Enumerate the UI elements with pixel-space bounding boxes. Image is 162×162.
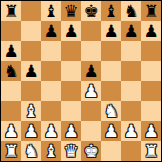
white-rook[interactable]: ♜: [3, 141, 18, 161]
square-e5[interactable]: ♟: [81, 61, 101, 81]
square-c3[interactable]: [41, 101, 61, 121]
square-c8[interactable]: ♝: [41, 1, 61, 21]
black-rook[interactable]: ♜: [143, 1, 158, 21]
square-c5[interactable]: [41, 61, 61, 81]
square-d8[interactable]: ♛: [61, 1, 81, 21]
square-h7[interactable]: ♟: [141, 21, 161, 41]
square-h6[interactable]: [141, 41, 161, 61]
white-pawn[interactable]: ♟: [23, 121, 38, 141]
square-g2[interactable]: ♟: [121, 121, 141, 141]
black-knight[interactable]: ♞: [3, 61, 18, 81]
square-h8[interactable]: ♜: [141, 1, 161, 21]
square-b7[interactable]: [21, 21, 41, 41]
black-knight[interactable]: ♞: [123, 1, 138, 21]
square-f1[interactable]: [101, 141, 121, 161]
square-b6[interactable]: [21, 41, 41, 61]
square-a6[interactable]: ♟: [1, 41, 21, 61]
square-g7[interactable]: ♟: [121, 21, 141, 41]
square-g5[interactable]: [121, 61, 141, 81]
square-e7[interactable]: [81, 21, 101, 41]
square-c1[interactable]: ♝: [41, 141, 61, 161]
square-c4[interactable]: [41, 81, 61, 101]
square-g3[interactable]: [121, 101, 141, 121]
square-c6[interactable]: [41, 41, 61, 61]
white-queen[interactable]: ♛: [63, 141, 78, 161]
black-pawn[interactable]: ♟: [23, 61, 38, 81]
square-c2[interactable]: ♟: [41, 121, 61, 141]
white-king[interactable]: ♚: [83, 141, 98, 161]
square-b3[interactable]: ♝: [21, 101, 41, 121]
square-g4[interactable]: [121, 81, 141, 101]
chess-board: ♜♝♛♚♝♞♜♟♟♟♟♟♟♞♟♟♟♝♞♟♟♟♟♟♟♟♜♞♝♛♚♜: [0, 0, 162, 162]
square-h2[interactable]: ♟: [141, 121, 161, 141]
square-a2[interactable]: ♟: [1, 121, 21, 141]
square-a1[interactable]: ♜: [1, 141, 21, 161]
black-pawn[interactable]: ♟: [123, 21, 138, 41]
white-rook[interactable]: ♜: [143, 141, 158, 161]
black-bishop[interactable]: ♝: [43, 1, 58, 21]
square-e8[interactable]: ♚: [81, 1, 101, 21]
square-d7[interactable]: ♟: [61, 21, 81, 41]
white-pawn[interactable]: ♟: [63, 121, 78, 141]
black-king[interactable]: ♚: [83, 1, 98, 21]
square-d4[interactable]: [61, 81, 81, 101]
square-h4[interactable]: [141, 81, 161, 101]
white-pawn[interactable]: ♟: [103, 121, 118, 141]
square-d6[interactable]: [61, 41, 81, 61]
square-a8[interactable]: ♜: [1, 1, 21, 21]
black-pawn[interactable]: ♟: [63, 21, 78, 41]
black-pawn[interactable]: ♟: [3, 41, 18, 61]
black-pawn[interactable]: ♟: [83, 61, 98, 81]
square-h3[interactable]: [141, 101, 161, 121]
square-e1[interactable]: ♚: [81, 141, 101, 161]
square-a5[interactable]: ♞: [1, 61, 21, 81]
square-b8[interactable]: [21, 1, 41, 21]
white-pawn[interactable]: ♟: [43, 121, 58, 141]
white-pawn[interactable]: ♟: [83, 81, 98, 101]
square-d5[interactable]: [61, 61, 81, 81]
square-g1[interactable]: [121, 141, 141, 161]
square-e3[interactable]: [81, 101, 101, 121]
white-pawn[interactable]: ♟: [3, 121, 18, 141]
black-pawn[interactable]: ♟: [103, 21, 118, 41]
square-f8[interactable]: ♝: [101, 1, 121, 21]
square-f5[interactable]: [101, 61, 121, 81]
square-e4[interactable]: ♟: [81, 81, 101, 101]
square-a7[interactable]: [1, 21, 21, 41]
square-d2[interactable]: ♟: [61, 121, 81, 141]
black-bishop[interactable]: ♝: [103, 1, 118, 21]
square-e2[interactable]: [81, 121, 101, 141]
square-f3[interactable]: ♞: [101, 101, 121, 121]
square-h1[interactable]: ♜: [141, 141, 161, 161]
white-pawn[interactable]: ♟: [143, 121, 158, 141]
white-knight[interactable]: ♞: [103, 101, 118, 121]
square-f7[interactable]: ♟: [101, 21, 121, 41]
square-d1[interactable]: ♛: [61, 141, 81, 161]
white-bishop[interactable]: ♝: [23, 101, 38, 121]
square-b1[interactable]: ♞: [21, 141, 41, 161]
white-pawn[interactable]: ♟: [123, 121, 138, 141]
square-f2[interactable]: ♟: [101, 121, 121, 141]
black-queen[interactable]: ♛: [63, 1, 78, 21]
square-f4[interactable]: [101, 81, 121, 101]
square-a3[interactable]: [1, 101, 21, 121]
square-h5[interactable]: [141, 61, 161, 81]
black-rook[interactable]: ♜: [3, 1, 18, 21]
square-b4[interactable]: [21, 81, 41, 101]
square-f6[interactable]: [101, 41, 121, 61]
white-knight[interactable]: ♞: [23, 141, 38, 161]
square-g8[interactable]: ♞: [121, 1, 141, 21]
black-pawn[interactable]: ♟: [143, 21, 158, 41]
square-b5[interactable]: ♟: [21, 61, 41, 81]
square-d3[interactable]: [61, 101, 81, 121]
square-a4[interactable]: [1, 81, 21, 101]
white-bishop[interactable]: ♝: [43, 141, 58, 161]
black-pawn[interactable]: ♟: [43, 21, 58, 41]
square-c7[interactable]: ♟: [41, 21, 61, 41]
square-e6[interactable]: [81, 41, 101, 61]
square-b2[interactable]: ♟: [21, 121, 41, 141]
square-g6[interactable]: [121, 41, 141, 61]
